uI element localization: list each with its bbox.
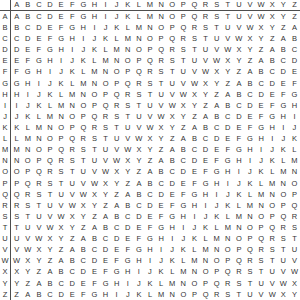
grid-cell: W bbox=[44, 222, 55, 233]
grid-cell: Q bbox=[144, 56, 155, 67]
grid-cell: X bbox=[111, 167, 122, 178]
grid-cell: B bbox=[222, 100, 233, 111]
row-header-cell: R bbox=[0, 200, 11, 211]
grid-cell: C bbox=[256, 78, 267, 89]
grid-cell: P bbox=[111, 78, 122, 89]
grid-cell: S bbox=[22, 200, 33, 211]
grid-cell: M bbox=[222, 222, 233, 233]
grid-cell: K bbox=[122, 11, 133, 22]
grid-cell: S bbox=[189, 33, 200, 44]
grid-cell: B bbox=[89, 233, 100, 244]
grid-cell: G bbox=[233, 144, 244, 155]
grid-cell: Q bbox=[56, 144, 67, 155]
grid-cell: B bbox=[78, 244, 89, 255]
grid-cell: E bbox=[278, 78, 289, 89]
grid-cell: H bbox=[122, 267, 133, 278]
grid-cell: B bbox=[256, 67, 267, 78]
grid-cell: V bbox=[267, 278, 278, 289]
grid-cell: B bbox=[122, 200, 133, 211]
grid-cell: A bbox=[89, 222, 100, 233]
grid-cell: A bbox=[133, 178, 144, 189]
grid-cell: W bbox=[167, 100, 178, 111]
grid-cell: E bbox=[111, 244, 122, 255]
grid-cell: H bbox=[211, 178, 222, 189]
grid-cell: V bbox=[11, 244, 22, 255]
grid-cell: M bbox=[56, 100, 67, 111]
grid-cell: G bbox=[56, 33, 67, 44]
grid-cell: Y bbox=[233, 56, 244, 67]
grid-cell: K bbox=[100, 33, 111, 44]
grid-cell: R bbox=[267, 233, 278, 244]
grid-cell: F bbox=[211, 156, 222, 167]
row-header-cell: F bbox=[0, 67, 11, 78]
grid-cell: M bbox=[211, 233, 222, 244]
col-header-cell: Z bbox=[289, 0, 300, 11]
grid-cell: J bbox=[222, 189, 233, 200]
grid-cell: I bbox=[256, 144, 267, 155]
grid-cell: O bbox=[178, 289, 189, 300]
grid-cell: R bbox=[200, 11, 211, 22]
grid-cell: J bbox=[89, 33, 100, 44]
grid-cell: E bbox=[133, 222, 144, 233]
row-header-cell: G bbox=[0, 78, 11, 89]
grid-cell: V bbox=[67, 189, 78, 200]
grid-cell: C bbox=[56, 278, 67, 289]
grid-cell: F bbox=[56, 22, 67, 33]
grid-cell: W bbox=[289, 267, 300, 278]
grid-cell: U bbox=[133, 111, 144, 122]
grid-cell: C bbox=[189, 144, 200, 155]
grid-cell: S bbox=[178, 44, 189, 55]
grid-cell: D bbox=[78, 267, 89, 278]
grid-cell: Y bbox=[111, 178, 122, 189]
grid-cell: U bbox=[156, 89, 167, 100]
grid-cell: K bbox=[78, 56, 89, 67]
grid-cell: J bbox=[178, 233, 189, 244]
grid-cell: W bbox=[211, 56, 222, 67]
grid-cell: I bbox=[211, 189, 222, 200]
grid-cell: P bbox=[78, 111, 89, 122]
grid-cell: K bbox=[167, 256, 178, 267]
grid-cell: T bbox=[11, 222, 22, 233]
grid-cell: T bbox=[144, 89, 155, 100]
grid-cell: T bbox=[44, 189, 55, 200]
grid-cell: F bbox=[178, 189, 189, 200]
grid-cell: S bbox=[156, 67, 167, 78]
grid-cell: J bbox=[100, 22, 111, 33]
grid-cell: X bbox=[56, 222, 67, 233]
grid-cell: M bbox=[267, 178, 278, 189]
col-header-cell: E bbox=[56, 0, 67, 11]
grid-cell: Q bbox=[244, 244, 255, 255]
grid-cell: S bbox=[267, 244, 278, 255]
grid-cell: N bbox=[244, 211, 255, 222]
grid-cell: Y bbox=[289, 289, 300, 300]
grid-cell: K bbox=[200, 222, 211, 233]
grid-cell: E bbox=[233, 122, 244, 133]
grid-cell: S bbox=[111, 111, 122, 122]
grid-cell: Q bbox=[133, 67, 144, 78]
grid-cell: E bbox=[156, 200, 167, 211]
grid-cell: C bbox=[144, 189, 155, 200]
grid-cell: Y bbox=[133, 156, 144, 167]
grid-cell: Z bbox=[211, 89, 222, 100]
grid-cell: U bbox=[44, 200, 55, 211]
grid-cell: M bbox=[67, 89, 78, 100]
grid-cell: R bbox=[56, 156, 67, 167]
grid-cell: A bbox=[22, 289, 33, 300]
grid-cell: T bbox=[211, 22, 222, 33]
grid-cell: W bbox=[100, 167, 111, 178]
grid-cell: R bbox=[178, 33, 189, 44]
grid-cell: V bbox=[256, 289, 267, 300]
grid-cell: F bbox=[278, 89, 289, 100]
grid-cell: O bbox=[233, 233, 244, 244]
grid-cell: J bbox=[11, 111, 22, 122]
grid-cell: Y bbox=[211, 78, 222, 89]
grid-cell: Z bbox=[200, 100, 211, 111]
grid-cell: G bbox=[100, 278, 111, 289]
grid-cell: U bbox=[33, 211, 44, 222]
grid-cell: O bbox=[144, 33, 155, 44]
grid-cell: Q bbox=[289, 200, 300, 211]
grid-cell: Y bbox=[122, 167, 133, 178]
grid-cell: C bbox=[44, 289, 55, 300]
grid-cell: M bbox=[289, 156, 300, 167]
grid-cell: H bbox=[111, 278, 122, 289]
grid-cell: Z bbox=[167, 133, 178, 144]
grid-cell: Y bbox=[267, 22, 278, 33]
grid-cell: O bbox=[100, 78, 111, 89]
grid-cell: J bbox=[44, 78, 55, 89]
grid-cell: F bbox=[144, 222, 155, 233]
grid-cell: Z bbox=[111, 189, 122, 200]
grid-cell: V bbox=[167, 89, 178, 100]
grid-cell: X bbox=[67, 211, 78, 222]
row-header-cell: V bbox=[0, 244, 11, 255]
grid-cell: X bbox=[144, 133, 155, 144]
grid-cell: H bbox=[289, 100, 300, 111]
grid-cell: B bbox=[67, 256, 78, 267]
grid-cell: Q bbox=[178, 22, 189, 33]
grid-cell: P bbox=[33, 156, 44, 167]
grid-cell: O bbox=[22, 156, 33, 167]
grid-cell: R bbox=[278, 222, 289, 233]
grid-cell: J bbox=[122, 289, 133, 300]
grid-cell: A bbox=[44, 267, 55, 278]
grid-cell: U bbox=[144, 100, 155, 111]
grid-cell: X bbox=[222, 56, 233, 67]
grid-cell: U bbox=[11, 233, 22, 244]
grid-cell: Z bbox=[156, 144, 167, 155]
grid-cell: H bbox=[189, 200, 200, 211]
row-header-cell: O bbox=[0, 167, 11, 178]
grid-cell: Z bbox=[11, 289, 22, 300]
grid-cell: S bbox=[56, 167, 67, 178]
grid-cell: V bbox=[189, 67, 200, 78]
grid-cell: D bbox=[278, 67, 289, 78]
grid-cell: N bbox=[122, 44, 133, 55]
grid-cell: H bbox=[156, 233, 167, 244]
grid-cell: C bbox=[156, 178, 167, 189]
grid-cell: I bbox=[133, 267, 144, 278]
col-header-cell: R bbox=[200, 0, 211, 11]
grid-cell: X bbox=[233, 44, 244, 55]
grid-cell: M bbox=[244, 200, 255, 211]
grid-cell: N bbox=[289, 167, 300, 178]
grid-cell: Y bbox=[144, 144, 155, 155]
grid-cell: Q bbox=[256, 233, 267, 244]
grid-cell: P bbox=[56, 133, 67, 144]
grid-cell: E bbox=[144, 211, 155, 222]
grid-cell: R bbox=[100, 111, 111, 122]
grid-cell: L bbox=[100, 44, 111, 55]
grid-cell: C bbox=[167, 167, 178, 178]
col-header-cell: B bbox=[22, 0, 33, 11]
grid-cell: A bbox=[11, 11, 22, 22]
grid-cell: A bbox=[33, 278, 44, 289]
grid-cell: R bbox=[144, 67, 155, 78]
grid-cell: B bbox=[189, 133, 200, 144]
row-header-cell: C bbox=[0, 33, 11, 44]
grid-cell: T bbox=[267, 256, 278, 267]
grid-cell: O bbox=[289, 178, 300, 189]
grid-cell: S bbox=[211, 11, 222, 22]
grid-cell: T bbox=[178, 56, 189, 67]
grid-cell: X bbox=[33, 244, 44, 255]
grid-cell: Q bbox=[100, 100, 111, 111]
grid-cell: R bbox=[11, 200, 22, 211]
grid-cell: B bbox=[178, 144, 189, 155]
col-header-cell: M bbox=[144, 0, 155, 11]
grid-cell: I bbox=[267, 133, 278, 144]
grid-cell: C bbox=[244, 89, 255, 100]
grid-cell: H bbox=[144, 244, 155, 255]
grid-cell: W bbox=[156, 111, 167, 122]
grid-cell: S bbox=[78, 144, 89, 155]
row-header-cell: E bbox=[0, 56, 11, 67]
grid-cell: T bbox=[111, 122, 122, 133]
grid-cell: G bbox=[89, 289, 100, 300]
grid-cell: U bbox=[100, 144, 111, 155]
grid-cell: F bbox=[200, 167, 211, 178]
grid-cell: R bbox=[22, 189, 33, 200]
grid-cell: O bbox=[67, 111, 78, 122]
grid-cell: W bbox=[200, 67, 211, 78]
grid-cell: L bbox=[33, 111, 44, 122]
grid-cell: N bbox=[178, 278, 189, 289]
row-header-cell: T bbox=[0, 222, 11, 233]
grid-cell: P bbox=[133, 56, 144, 67]
col-header-cell: K bbox=[122, 0, 133, 11]
grid-cell: V bbox=[33, 222, 44, 233]
grid-cell: M bbox=[22, 133, 33, 144]
grid-cell: I bbox=[22, 89, 33, 100]
grid-cell: M bbox=[178, 267, 189, 278]
grid-cell: U bbox=[267, 267, 278, 278]
grid-cell: N bbox=[267, 189, 278, 200]
grid-cell: J bbox=[289, 122, 300, 133]
grid-cell: E bbox=[267, 89, 278, 100]
grid-cell: N bbox=[211, 244, 222, 255]
grid-cell: M bbox=[111, 44, 122, 55]
grid-cell: P bbox=[89, 100, 100, 111]
grid-cell: W bbox=[189, 78, 200, 89]
grid-cell: H bbox=[167, 222, 178, 233]
row-header-cell: S bbox=[0, 211, 11, 222]
grid-cell: J bbox=[22, 100, 33, 111]
grid-cell: G bbox=[178, 200, 189, 211]
grid-cell: O bbox=[156, 22, 167, 33]
grid-cell: Z bbox=[67, 233, 78, 244]
row-header-cell: K bbox=[0, 122, 11, 133]
grid-cell: J bbox=[167, 244, 178, 255]
grid-cell: B bbox=[133, 189, 144, 200]
grid-cell: L bbox=[44, 100, 55, 111]
grid-cell: A bbox=[289, 22, 300, 33]
grid-cell: O bbox=[278, 189, 289, 200]
grid-cell: T bbox=[78, 156, 89, 167]
grid-cell: U bbox=[89, 156, 100, 167]
grid-cell: Q bbox=[111, 89, 122, 100]
grid-cell: S bbox=[33, 189, 44, 200]
grid-cell: X bbox=[78, 200, 89, 211]
grid-cell: V bbox=[278, 267, 289, 278]
grid-cell: F bbox=[167, 200, 178, 211]
grid-cell: C bbox=[11, 33, 22, 44]
grid-cell: W bbox=[11, 256, 22, 267]
grid-cell: W bbox=[178, 89, 189, 100]
row-header-cell: W bbox=[0, 256, 11, 267]
grid-cell: M bbox=[11, 144, 22, 155]
grid-cell: U bbox=[256, 278, 267, 289]
grid-cell: E bbox=[100, 256, 111, 267]
grid-cell: C bbox=[133, 200, 144, 211]
grid-cell: D bbox=[100, 244, 111, 255]
grid-cell: X bbox=[178, 100, 189, 111]
grid-cell: Z bbox=[189, 111, 200, 122]
grid-cell: C bbox=[78, 256, 89, 267]
grid-cell: Z bbox=[33, 267, 44, 278]
grid-cell: F bbox=[156, 211, 167, 222]
grid-cell: M bbox=[122, 33, 133, 44]
grid-cell: H bbox=[33, 67, 44, 78]
grid-cell: D bbox=[178, 167, 189, 178]
grid-cell: B bbox=[267, 56, 278, 67]
grid-cell: Y bbox=[222, 67, 233, 78]
grid-cell: Y bbox=[22, 267, 33, 278]
grid-cell: Q bbox=[22, 178, 33, 189]
grid-cell: F bbox=[233, 133, 244, 144]
grid-cell: P bbox=[278, 200, 289, 211]
grid-cell: C bbox=[178, 156, 189, 167]
grid-cell: V bbox=[122, 133, 133, 144]
grid-cell: B bbox=[11, 22, 22, 33]
grid-cell: L bbox=[200, 233, 211, 244]
grid-cell: H bbox=[22, 78, 33, 89]
grid-cell: K bbox=[133, 289, 144, 300]
grid-cell: E bbox=[211, 144, 222, 155]
grid-cell: D bbox=[11, 44, 22, 55]
grid-cell: L bbox=[78, 67, 89, 78]
grid-cell: O bbox=[133, 44, 144, 55]
grid-cell: P bbox=[233, 244, 244, 255]
grid-cell: T bbox=[222, 11, 233, 22]
grid-cell: Z bbox=[89, 211, 100, 222]
grid-cell: V bbox=[233, 22, 244, 33]
grid-cell: L bbox=[244, 189, 255, 200]
grid-cell: G bbox=[222, 156, 233, 167]
grid-cell: Y bbox=[89, 200, 100, 211]
grid-cell: V bbox=[244, 11, 255, 22]
grid-cell: T bbox=[156, 78, 167, 89]
grid-cell: O bbox=[11, 167, 22, 178]
grid-cell: X bbox=[167, 111, 178, 122]
grid-cell: N bbox=[78, 89, 89, 100]
grid-cell: W bbox=[267, 289, 278, 300]
row-header-cell: D bbox=[0, 44, 11, 55]
grid-cell: K bbox=[33, 100, 44, 111]
grid-cell: T bbox=[244, 278, 255, 289]
grid-cell: D bbox=[156, 189, 167, 200]
grid-cell: Q bbox=[222, 267, 233, 278]
grid-cell: Z bbox=[233, 67, 244, 78]
grid-cell: Q bbox=[156, 44, 167, 55]
grid-cell: Q bbox=[189, 11, 200, 22]
grid-cell: Q bbox=[167, 33, 178, 44]
grid-cell: Y bbox=[244, 44, 255, 55]
grid-cell: R bbox=[233, 267, 244, 278]
grid-cell: C bbox=[111, 222, 122, 233]
grid-cell: I bbox=[100, 11, 111, 22]
grid-cell: I bbox=[278, 122, 289, 133]
grid-cell: I bbox=[222, 178, 233, 189]
grid-cell: A bbox=[256, 56, 267, 67]
grid-cell: D bbox=[256, 89, 267, 100]
grid-cell: F bbox=[122, 244, 133, 255]
grid-cell: M bbox=[256, 189, 267, 200]
grid-cell: G bbox=[122, 256, 133, 267]
grid-cell: R bbox=[156, 56, 167, 67]
grid-cell: C bbox=[200, 133, 211, 144]
row-header-cell: B bbox=[0, 22, 11, 33]
grid-cell: X bbox=[278, 289, 289, 300]
grid-cell: B bbox=[233, 89, 244, 100]
grid-cell: Z bbox=[256, 44, 267, 55]
grid-cell: Q bbox=[89, 111, 100, 122]
grid-cell: D bbox=[67, 278, 78, 289]
grid-cell: A bbox=[178, 133, 189, 144]
grid-cell: D bbox=[144, 200, 155, 211]
grid-cell: R bbox=[111, 100, 122, 111]
grid-cell: F bbox=[111, 256, 122, 267]
row-header-cell: M bbox=[0, 144, 11, 155]
grid-cell: I bbox=[33, 78, 44, 89]
grid-cell: F bbox=[89, 278, 100, 289]
grid-cell: L bbox=[89, 56, 100, 67]
grid-cell: S bbox=[122, 100, 133, 111]
grid-cell: A bbox=[233, 78, 244, 89]
grid-cell: C bbox=[233, 100, 244, 111]
grid-cell: B bbox=[22, 11, 33, 22]
col-header-cell: L bbox=[133, 0, 144, 11]
grid-cell: W bbox=[78, 189, 89, 200]
grid-cell: V bbox=[111, 144, 122, 155]
grid-cell: S bbox=[200, 22, 211, 33]
grid-cell: V bbox=[89, 167, 100, 178]
grid-cell: I bbox=[200, 200, 211, 211]
grid-cell: T bbox=[122, 111, 133, 122]
